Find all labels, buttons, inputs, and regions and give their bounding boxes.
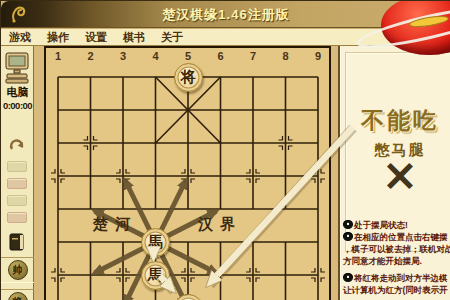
window-title: 楚汉棋缘1.46注册版	[1, 6, 450, 24]
title-bar[interactable]: 楚汉棋缘1.46注册版	[1, 1, 450, 28]
piece-black-general[interactable]: 将	[174, 63, 203, 92]
stamp-cell-red[interactable]: 帅	[1, 257, 34, 283]
menu-item-settings[interactable]: 设置	[85, 30, 123, 45]
menu-item-action[interactable]: 操作	[47, 30, 85, 45]
tip-line: 方同意才能开始摆局.	[343, 256, 450, 267]
black-general-stamp-icon[interactable]: 将	[8, 292, 28, 300]
opponent-label: 电脑	[1, 85, 34, 100]
tip-line: 在相应的位置点击右键摆	[343, 232, 450, 243]
river-label-han: 汉界	[198, 215, 242, 235]
forbidden-x-mark: ×	[346, 153, 450, 197]
menu-bar: 游戏 操作 设置 棋书 关于	[1, 29, 450, 46]
board-panel: 1 2 3 4 5 6 7 8 9	[34, 46, 338, 300]
panda-icon	[343, 220, 353, 229]
game-timer: 0:00:00	[1, 100, 34, 111]
menu-item-game[interactable]: 游戏	[9, 30, 47, 45]
menu-item-book[interactable]: 棋书	[123, 30, 161, 45]
red-general-stamp-icon[interactable]: 帅	[8, 260, 28, 280]
tip-line: 处于摆局状态!	[343, 220, 450, 231]
disabled-tool-icon-4[interactable]	[7, 212, 27, 223]
panda-icon	[343, 232, 353, 241]
sidebar: 电脑 0:00:00 帅 将	[1, 46, 34, 300]
disabled-tool-icon-1[interactable]	[7, 161, 27, 172]
piece-horse-upper[interactable]: 馬	[141, 228, 170, 257]
menu-item-about[interactable]: 关于	[161, 30, 199, 45]
stamp-cell-black[interactable]: 将	[1, 289, 34, 300]
app-window: 楚汉棋缘1.46注册版 游戏 操作 设置 棋书 关于 电脑 0:00:00	[0, 0, 450, 300]
tip-line: 让计算机为红方(同时表示开	[343, 285, 450, 296]
river-label-chu: 楚河	[93, 215, 137, 235]
tip-line: 将红将走动到对方半边棋	[343, 273, 450, 284]
flip-board-icon[interactable]	[8, 137, 26, 155]
computer-icon	[4, 52, 30, 84]
piece-horse-lower[interactable]: 馬	[141, 261, 170, 290]
tips-block: 处于摆局状态! 在相应的位置点击右键摆 ，棋子可以被去掉；联机对战时 方同意才能…	[343, 220, 450, 297]
disabled-tool-icon-2[interactable]	[7, 178, 27, 189]
disabled-tool-icon-3[interactable]	[7, 195, 27, 206]
xiangqi-board[interactable]: 1 2 3 4 5 6 7 8 9	[44, 46, 331, 300]
rule-headline: 不能吃	[346, 105, 450, 136]
notebook-icon[interactable]	[9, 233, 25, 251]
info-panel: 不能吃 憋马腿 × 处于摆局状态! 在相应的位置点击右键摆 ，棋子可以被去掉；联…	[338, 46, 450, 300]
panda-icon	[343, 273, 353, 282]
tip-line: ，棋子可以被去掉；联机对战时	[343, 244, 450, 255]
